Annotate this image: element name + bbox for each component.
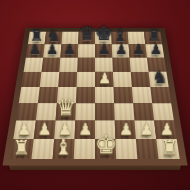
square-e4[interactable]: [95, 87, 114, 103]
white-rook-a1[interactable]: ♜: [12, 138, 30, 158]
square-e3[interactable]: [95, 104, 115, 121]
square-d3[interactable]: [75, 104, 95, 121]
black-pawn-e7[interactable]: ♟: [98, 44, 110, 58]
square-a7[interactable]: ♟: [26, 45, 45, 58]
square-d5[interactable]: [77, 72, 95, 87]
square-c1[interactable]: ♝: [53, 139, 75, 159]
square-h7[interactable]: ♟: [145, 45, 164, 58]
square-a5[interactable]: [21, 72, 41, 87]
square-h3[interactable]: [152, 104, 174, 121]
square-d1[interactable]: [74, 139, 95, 159]
square-c3[interactable]: ♛: [56, 104, 76, 121]
square-e7[interactable]: ♟: [95, 45, 112, 58]
black-pawn-b7[interactable]: ♟: [46, 44, 58, 58]
square-b7[interactable]: ♟: [43, 45, 61, 58]
white-rook-h1[interactable]: ♜: [160, 138, 178, 158]
white-pawn-f2[interactable]: ♟: [118, 122, 132, 138]
square-h4[interactable]: [150, 87, 171, 103]
square-h1[interactable]: ♜: [156, 139, 179, 159]
square-f5[interactable]: [113, 72, 132, 87]
square-b1[interactable]: [31, 139, 54, 159]
square-e1[interactable]: ♚: [95, 139, 116, 159]
white-king-e1[interactable]: ♚: [94, 132, 117, 158]
square-d4[interactable]: [76, 87, 95, 103]
board-rim: ♜♞♛♚♝♜♟♟♟♟♟♟♟♟♞♛♟♟♟♟♟♟♟♜♝♚♜: [2, 28, 187, 166]
square-a4[interactable]: [19, 87, 40, 103]
square-g7[interactable]: ♟: [129, 45, 147, 58]
white-pawn-e5[interactable]: ♟: [98, 72, 111, 87]
square-g3[interactable]: [133, 104, 154, 121]
square-g6[interactable]: [130, 58, 149, 72]
black-pawn-c7[interactable]: ♟: [63, 44, 75, 58]
square-d8[interactable]: ♛: [78, 32, 95, 45]
square-b5[interactable]: [40, 72, 60, 87]
chess-board[interactable]: ♜♞♛♚♝♜♟♟♟♟♟♟♟♟♞♛♟♟♟♟♟♟♟♜♝♚♜: [10, 32, 180, 159]
square-a1[interactable]: ♜: [10, 139, 33, 159]
chess-app-background: ♜♞♛♚♝♜♟♟♟♟♟♟♟♟♞♛♟♟♟♟♟♟♟♜♝♚♜: [0, 0, 190, 190]
square-f1[interactable]: [115, 139, 137, 159]
square-e5[interactable]: ♟: [95, 72, 113, 87]
square-b3[interactable]: [36, 104, 57, 121]
black-pawn-h7[interactable]: ♟: [149, 44, 161, 58]
board-3d-wrapper: ♜♞♛♚♝♜♟♟♟♟♟♟♟♟♞♛♟♟♟♟♟♟♟♜♝♚♜: [2, 28, 187, 166]
black-pawn-g7[interactable]: ♟: [132, 44, 144, 58]
square-c6[interactable]: [59, 58, 77, 72]
white-pawn-g2[interactable]: ♟: [139, 122, 153, 138]
square-a6[interactable]: [24, 58, 43, 72]
black-pawn-a7[interactable]: ♟: [28, 44, 40, 58]
square-h5[interactable]: ♞: [149, 72, 169, 87]
black-pawn-f7[interactable]: ♟: [115, 44, 127, 58]
square-b2[interactable]: ♟: [34, 121, 56, 140]
white-pawn-b2[interactable]: ♟: [37, 122, 51, 138]
square-b6[interactable]: [41, 58, 60, 72]
square-f6[interactable]: [112, 58, 130, 72]
black-queen-d8[interactable]: ♛: [78, 24, 95, 44]
square-g2[interactable]: ♟: [134, 121, 156, 140]
square-f4[interactable]: [113, 87, 133, 103]
square-d2[interactable]: ♟: [75, 121, 95, 140]
square-f3[interactable]: [114, 104, 134, 121]
square-g4[interactable]: [132, 87, 152, 103]
white-bishop-c1[interactable]: ♝: [54, 137, 73, 158]
black-knight-h5[interactable]: ♞: [152, 69, 168, 87]
square-d6[interactable]: [77, 58, 95, 72]
square-a3[interactable]: [16, 104, 38, 121]
white-pawn-d2[interactable]: ♟: [78, 122, 92, 138]
square-d7[interactable]: [78, 45, 95, 58]
square-f7[interactable]: ♟: [112, 45, 130, 58]
square-g1[interactable]: [136, 139, 159, 159]
square-c7[interactable]: ♟: [60, 45, 78, 58]
white-queen-c3[interactable]: ♛: [55, 97, 75, 120]
square-g5[interactable]: [131, 72, 151, 87]
square-c5[interactable]: [58, 72, 77, 87]
